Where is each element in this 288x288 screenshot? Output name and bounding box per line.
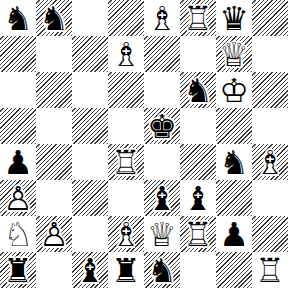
square-h5[interactable] (252, 108, 288, 144)
square-g1[interactable] (216, 252, 252, 288)
square-d5[interactable] (108, 108, 144, 144)
square-e2[interactable]: ♛♕ (144, 216, 180, 252)
square-f7[interactable] (180, 36, 216, 72)
black-knight-piece: ♞♞ (36, 0, 72, 36)
square-c8[interactable] (72, 0, 108, 36)
square-b2[interactable]: ♟♙ (36, 216, 72, 252)
white-bishop-piece: ♝♗ (252, 144, 288, 180)
square-e6[interactable] (144, 72, 180, 108)
square-f4[interactable] (180, 144, 216, 180)
square-c2[interactable] (72, 216, 108, 252)
square-b3[interactable] (36, 180, 72, 216)
square-h4[interactable]: ♝♗ (252, 144, 288, 180)
square-h1[interactable]: ♜♖ (252, 252, 288, 288)
black-rook-piece: ♜♜ (0, 252, 36, 288)
square-b7[interactable] (36, 36, 72, 72)
square-b6[interactable] (36, 72, 72, 108)
piece-glyph: ♕ (216, 36, 252, 72)
white-rook-piece: ♜♖ (180, 0, 216, 36)
black-queen-piece: ♛♛ (216, 0, 252, 36)
piece-glyph: ♝ (180, 180, 216, 216)
black-knight-piece: ♞♞ (216, 144, 252, 180)
square-a3[interactable]: ♟♙ (0, 180, 36, 216)
square-h8[interactable] (252, 0, 288, 36)
piece-glyph: ♖ (252, 252, 288, 288)
piece-glyph: ♖ (180, 216, 216, 252)
piece-glyph: ♛ (216, 0, 252, 36)
square-f2[interactable]: ♜♖ (180, 216, 216, 252)
square-c3[interactable] (72, 180, 108, 216)
black-bishop-piece: ♝♝ (144, 180, 180, 216)
white-bishop-piece: ♝♗ (108, 36, 144, 72)
square-e4[interactable] (144, 144, 180, 180)
square-c1[interactable]: ♝♝ (72, 252, 108, 288)
white-rook-piece: ♜♖ (108, 144, 144, 180)
piece-glyph: ♞ (144, 252, 180, 288)
white-rook-piece: ♜♖ (252, 252, 288, 288)
piece-glyph: ♟ (216, 216, 252, 252)
square-f6[interactable]: ♞♞ (180, 72, 216, 108)
square-f8[interactable]: ♜♖ (180, 0, 216, 36)
piece-glyph: ♟ (0, 144, 36, 180)
square-g7[interactable]: ♛♕ (216, 36, 252, 72)
white-pawn-piece: ♟♙ (36, 216, 72, 252)
black-pawn-piece: ♟♟ (216, 216, 252, 252)
piece-glyph: ♘ (0, 216, 36, 252)
white-knight-piece: ♞♘ (0, 216, 36, 252)
square-a2[interactable]: ♞♘ (0, 216, 36, 252)
piece-glyph: ♕ (144, 216, 180, 252)
square-d8[interactable] (108, 0, 144, 36)
piece-glyph: ♜ (0, 252, 36, 288)
piece-glyph: ♞ (180, 72, 216, 108)
square-e3[interactable]: ♝♝ (144, 180, 180, 216)
square-e7[interactable] (144, 36, 180, 72)
piece-glyph: ♔ (216, 72, 252, 108)
piece-glyph: ♗ (108, 36, 144, 72)
chess-board: ♞♞♞♞♝♗♜♖♛♛♝♗♛♕♞♞♚♔♚♚♟♟♜♖♞♞♝♗♟♙♝♝♝♝♞♘♟♙♝♗… (0, 0, 288, 288)
square-b8[interactable]: ♞♞ (36, 0, 72, 36)
piece-glyph: ♝ (144, 180, 180, 216)
square-b1[interactable] (36, 252, 72, 288)
square-h7[interactable] (252, 36, 288, 72)
white-queen-piece: ♛♕ (216, 36, 252, 72)
square-h2[interactable] (252, 216, 288, 252)
square-g3[interactable] (216, 180, 252, 216)
white-rook-piece: ♜♖ (180, 216, 216, 252)
piece-glyph: ♖ (180, 0, 216, 36)
square-g5[interactable] (216, 108, 252, 144)
square-h3[interactable] (252, 180, 288, 216)
black-knight-piece: ♞♞ (180, 72, 216, 108)
square-a5[interactable] (0, 108, 36, 144)
square-c6[interactable] (72, 72, 108, 108)
square-h6[interactable] (252, 72, 288, 108)
white-bishop-piece: ♝♗ (108, 216, 144, 252)
black-knight-piece: ♞♞ (0, 0, 36, 36)
piece-glyph: ♞ (0, 0, 36, 36)
square-e5[interactable]: ♚♚ (144, 108, 180, 144)
square-d2[interactable]: ♝♗ (108, 216, 144, 252)
square-d3[interactable] (108, 180, 144, 216)
black-king-piece: ♚♚ (144, 108, 180, 144)
square-e1[interactable]: ♞♞ (144, 252, 180, 288)
square-d6[interactable] (108, 72, 144, 108)
square-d1[interactable]: ♜♜ (108, 252, 144, 288)
square-g4[interactable]: ♞♞ (216, 144, 252, 180)
piece-glyph: ♙ (36, 216, 72, 252)
black-bishop-piece: ♝♝ (72, 252, 108, 288)
square-d7[interactable]: ♝♗ (108, 36, 144, 72)
black-knight-piece: ♞♞ (144, 252, 180, 288)
square-f1[interactable] (180, 252, 216, 288)
black-pawn-piece: ♟♟ (0, 144, 36, 180)
square-g8[interactable]: ♛♛ (216, 0, 252, 36)
square-f3[interactable]: ♝♝ (180, 180, 216, 216)
white-pawn-piece: ♟♙ (0, 180, 36, 216)
square-e8[interactable]: ♝♗ (144, 0, 180, 36)
square-a6[interactable] (0, 72, 36, 108)
piece-glyph: ♞ (36, 0, 72, 36)
square-f5[interactable] (180, 108, 216, 144)
chess-diagram: ♞♞♞♞♝♗♜♖♛♛♝♗♛♕♞♞♚♔♚♚♟♟♜♖♞♞♝♗♟♙♝♝♝♝♞♘♟♙♝♗… (0, 0, 288, 288)
piece-glyph: ♝ (72, 252, 108, 288)
piece-glyph: ♗ (144, 0, 180, 36)
square-c4[interactable] (72, 144, 108, 180)
square-g2[interactable]: ♟♟ (216, 216, 252, 252)
black-bishop-piece: ♝♝ (180, 180, 216, 216)
white-bishop-piece: ♝♗ (144, 0, 180, 36)
piece-glyph: ♖ (108, 144, 144, 180)
square-d4[interactable]: ♜♖ (108, 144, 144, 180)
square-g6[interactable]: ♚♔ (216, 72, 252, 108)
square-c7[interactable] (72, 36, 108, 72)
square-c5[interactable] (72, 108, 108, 144)
square-a7[interactable] (0, 36, 36, 72)
white-king-piece: ♚♔ (216, 72, 252, 108)
square-a8[interactable]: ♞♞ (0, 0, 36, 36)
piece-glyph: ♗ (252, 144, 288, 180)
square-b5[interactable] (36, 108, 72, 144)
piece-glyph: ♜ (108, 252, 144, 288)
square-b4[interactable] (36, 144, 72, 180)
black-rook-piece: ♜♜ (108, 252, 144, 288)
square-a1[interactable]: ♜♜ (0, 252, 36, 288)
white-queen-piece: ♛♕ (144, 216, 180, 252)
piece-glyph: ♞ (216, 144, 252, 180)
piece-glyph: ♗ (108, 216, 144, 252)
square-a4[interactable]: ♟♟ (0, 144, 36, 180)
piece-glyph: ♙ (0, 180, 36, 216)
piece-glyph: ♚ (144, 108, 180, 144)
